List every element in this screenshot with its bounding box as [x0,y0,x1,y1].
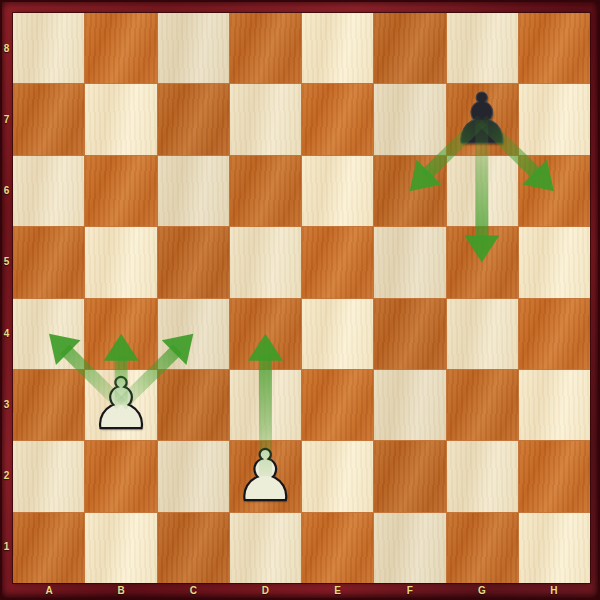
square-d8[interactable] [230,13,301,83]
square-g4[interactable] [447,299,518,369]
square-g6[interactable] [447,156,518,226]
square-e1[interactable] [302,513,373,583]
square-b2[interactable] [85,441,156,511]
file-label-f: F [399,583,421,600]
square-e8[interactable] [302,13,373,83]
square-h5[interactable] [519,227,590,297]
square-g1[interactable] [447,513,518,583]
file-label-a: A [38,583,60,600]
square-d4[interactable] [230,299,301,369]
square-e6[interactable] [302,156,373,226]
square-d6[interactable] [230,156,301,226]
square-e2[interactable] [302,441,373,511]
square-c3[interactable] [158,370,229,440]
file-label-g: G [471,583,493,600]
square-f3[interactable] [374,370,445,440]
rank-label-7: 7 [0,114,13,125]
square-f2[interactable] [374,441,445,511]
square-d3[interactable] [230,370,301,440]
file-label-d: D [254,583,276,600]
rank-label-1: 1 [0,541,13,552]
square-e7[interactable] [302,84,373,154]
square-c5[interactable] [158,227,229,297]
square-h4[interactable] [519,299,590,369]
square-d5[interactable] [230,227,301,297]
square-d7[interactable] [230,84,301,154]
square-f4[interactable] [374,299,445,369]
file-label-e: E [327,583,349,600]
file-label-h: H [543,583,565,600]
square-b1[interactable] [85,513,156,583]
square-c1[interactable] [158,513,229,583]
white-pawn-d2[interactable]: ♟ [229,440,302,511]
white-pawn-b3[interactable]: ♟ [85,369,158,440]
square-e4[interactable] [302,299,373,369]
square-d1[interactable] [230,513,301,583]
square-c4[interactable] [158,299,229,369]
square-e5[interactable] [302,227,373,297]
square-h1[interactable] [519,513,590,583]
square-c8[interactable] [158,13,229,83]
rank-label-3: 3 [0,399,13,410]
square-f6[interactable] [374,156,445,226]
square-h8[interactable] [519,13,590,83]
rank-label-5: 5 [0,256,13,267]
square-g5[interactable] [447,227,518,297]
square-f1[interactable] [374,513,445,583]
square-a3[interactable] [13,370,84,440]
square-c7[interactable] [158,84,229,154]
square-b6[interactable] [85,156,156,226]
square-a6[interactable] [13,156,84,226]
file-label-b: B [110,583,132,600]
chess-board-frame: 87654321ABCDEFGH ♟♟♟ [0,0,600,600]
square-a1[interactable] [13,513,84,583]
square-b7[interactable] [85,84,156,154]
square-g8[interactable] [447,13,518,83]
rank-label-4: 4 [0,328,13,339]
square-h7[interactable] [519,84,590,154]
square-a4[interactable] [13,299,84,369]
square-b8[interactable] [85,13,156,83]
square-a7[interactable] [13,84,84,154]
square-f8[interactable] [374,13,445,83]
square-a8[interactable] [13,13,84,83]
square-h2[interactable] [519,441,590,511]
square-c6[interactable] [158,156,229,226]
square-f7[interactable] [374,84,445,154]
square-f5[interactable] [374,227,445,297]
square-h3[interactable] [519,370,590,440]
square-h6[interactable] [519,156,590,226]
file-label-c: C [182,583,204,600]
square-g3[interactable] [447,370,518,440]
square-b5[interactable] [85,227,156,297]
square-e3[interactable] [302,370,373,440]
rank-label-2: 2 [0,470,13,481]
rank-label-8: 8 [0,43,13,54]
square-c2[interactable] [158,441,229,511]
rank-label-6: 6 [0,185,13,196]
black-pawn-g7[interactable]: ♟ [445,84,518,155]
square-a5[interactable] [13,227,84,297]
square-g2[interactable] [447,441,518,511]
square-a2[interactable] [13,441,84,511]
square-b4[interactable] [85,299,156,369]
